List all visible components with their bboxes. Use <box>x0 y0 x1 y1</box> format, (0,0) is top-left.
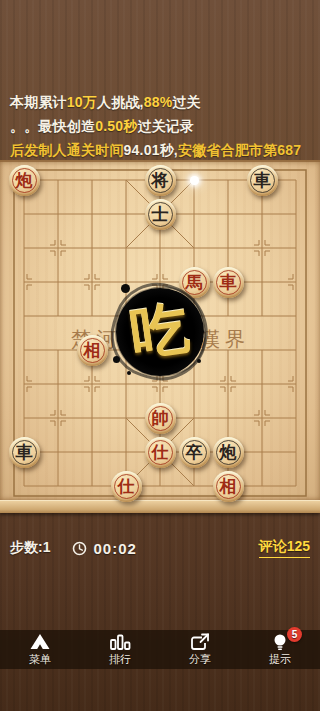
stats-text: 人挑战, <box>97 94 144 110</box>
stats-count: 10万 <box>67 94 97 110</box>
clock-icon <box>72 541 87 556</box>
piece-character: 車 <box>254 172 271 189</box>
piece-character: 車 <box>220 274 237 291</box>
nav-item-menu[interactable]: 菜单 <box>0 630 80 669</box>
stats-text: 本期累计 <box>10 94 67 110</box>
nav-item-share[interactable]: 分享 <box>160 630 240 669</box>
nav-item-ranking[interactable]: 排行 <box>80 630 160 669</box>
piece-character: 相 <box>220 478 237 495</box>
piece-character: 士 <box>152 206 169 223</box>
step-counter: 步数:1 <box>10 539 50 557</box>
stats-line-record: 。。最快创造0.50秒过关记录 <box>10 114 318 138</box>
nav-item-label: 分享 <box>189 652 211 667</box>
stats-text: 过关 <box>172 94 200 110</box>
share-icon <box>188 633 212 651</box>
piece-character: 卒 <box>186 444 203 461</box>
app-screen: 本期累计10万人挑战,88%过关 。。最快创造0.50秒过关记录 后发制人通关时… <box>0 0 320 711</box>
pieces-layer: 炮将車士馬車相帥車仕卒炮仕相 <box>7 163 313 503</box>
piece-character: 帥 <box>152 410 169 427</box>
piece-black-chariot[interactable]: 車 <box>9 437 40 468</box>
bottom-nav-bar: 菜单 排行 分享 提示 5 <box>0 630 320 669</box>
piece-character: 相 <box>84 342 101 359</box>
nav-item-hint[interactable]: 提示 5 <box>240 630 320 669</box>
piece-black-general[interactable]: 将 <box>145 165 176 196</box>
piece-character: 炮 <box>220 444 237 461</box>
stats-record-time: 0.50秒 <box>95 118 137 134</box>
stats-line-participants: 本期累计10万人挑战,88%过关 <box>10 90 318 114</box>
ticker-time: 94.01秒, <box>124 142 178 158</box>
status-bar: 步数:1 00:02 评论125 <box>0 535 320 561</box>
piece-black-chariot[interactable]: 車 <box>247 165 278 196</box>
piece-character: 仕 <box>118 478 135 495</box>
stats-line-ticker: 后发制人通关时间94.01秒,安徽省合肥市第687 <box>10 138 318 162</box>
ranking-icon <box>108 633 132 651</box>
piece-character: 将 <box>152 172 169 189</box>
nav-item-label: 菜单 <box>29 652 51 667</box>
nav-item-label: 提示 <box>269 652 291 667</box>
piece-black-advisor[interactable]: 士 <box>145 199 176 230</box>
ticker-text: 后发制人通关时间 <box>10 142 124 158</box>
hint-badge-count: 5 <box>287 627 302 642</box>
menu-up-icon <box>28 633 52 651</box>
nav-item-label: 排行 <box>109 652 131 667</box>
piece-red-general[interactable]: 帥 <box>145 403 176 434</box>
challenge-stats: 本期累计10万人挑战,88%过关 。。最快创造0.50秒过关记录 后发制人通关时… <box>10 90 318 162</box>
elapsed-timer: 00:02 <box>93 540 136 557</box>
piece-character: 馬 <box>186 274 203 291</box>
piece-character: 仕 <box>152 444 169 461</box>
piece-red-chariot[interactable]: 車 <box>213 267 244 298</box>
ticker-location: 安徽省合肥市第687 <box>178 142 301 158</box>
piece-red-elephant[interactable]: 相 <box>77 335 108 366</box>
piece-black-cannon[interactable]: 炮 <box>213 437 244 468</box>
xiangqi-board[interactable]: 楚河 漢界 炮将車士馬車相帥車仕卒炮仕相 吃 <box>0 160 320 512</box>
stats-text: 过关记录 <box>137 118 194 134</box>
piece-red-advisor[interactable]: 仕 <box>145 437 176 468</box>
last-move-marker-dot <box>190 176 199 185</box>
piece-red-cannon[interactable]: 炮 <box>9 165 40 196</box>
piece-red-advisor[interactable]: 仕 <box>111 471 142 502</box>
stats-text: 。。最快创造 <box>10 118 95 134</box>
stats-pass-rate: 88% <box>144 94 173 110</box>
piece-red-elephant[interactable]: 相 <box>213 471 244 502</box>
piece-character: 炮 <box>16 172 33 189</box>
piece-character: 車 <box>16 444 33 461</box>
piece-black-soldier[interactable]: 卒 <box>179 437 210 468</box>
comments-link[interactable]: 评论125 <box>259 538 310 558</box>
piece-red-horse[interactable]: 馬 <box>179 267 210 298</box>
